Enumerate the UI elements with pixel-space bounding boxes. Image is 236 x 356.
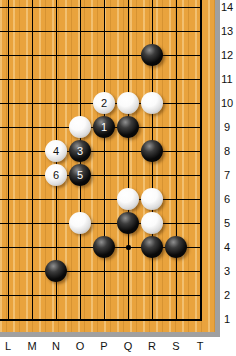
move-number-label: 5 [77,170,83,181]
move-number-label: 3 [77,146,83,157]
column-label-N: N [44,338,68,354]
column-label-P: P [92,338,116,354]
stone-white-Q10[interactable] [117,92,139,114]
column-label-Q: Q [116,338,140,354]
row-label-6: 6 [219,192,235,206]
stone-black-Q9[interactable] [117,116,139,138]
column-label-O: O [68,338,92,354]
move-number-label: 2 [101,98,107,109]
stone-black-N3[interactable] [45,260,67,282]
row-label-10: 10 [219,96,235,110]
row-label-2: 2 [219,288,235,302]
row-label-12: 12 [219,48,235,62]
stone-black-R4[interactable] [141,236,163,258]
column-label-T: T [188,338,212,354]
row-label-4: 4 [219,240,235,254]
stones-grid: 135246 [0,0,212,331]
column-label-L: L [0,338,20,354]
stone-white-P10[interactable]: 2 [93,92,115,114]
stone-white-N8[interactable]: 4 [45,140,67,162]
stone-black-R12[interactable] [141,44,163,66]
column-label-S: S [164,338,188,354]
stone-black-S4[interactable] [165,236,187,258]
move-number-label: 4 [53,146,59,157]
row-label-13: 13 [219,24,235,38]
row-label-9: 9 [219,120,235,134]
row-label-5: 5 [219,216,235,230]
stone-black-R8[interactable] [141,140,163,162]
stone-black-P9[interactable]: 1 [93,116,115,138]
go-diagram: 135246 LMNOPQRST 1413121110987654321 [0,0,236,356]
stone-white-N7[interactable]: 6 [45,164,67,186]
stone-white-R10[interactable] [141,92,163,114]
move-number-label: 1 [101,122,107,133]
stone-white-O9[interactable] [69,116,91,138]
stone-black-O8[interactable]: 3 [69,140,91,162]
row-label-3: 3 [219,264,235,278]
row-label-7: 7 [219,168,235,182]
stone-black-P4[interactable] [93,236,115,258]
stone-black-O7[interactable]: 5 [69,164,91,186]
stone-black-Q5[interactable] [117,212,139,234]
go-board[interactable]: 135246 [0,0,220,337]
stone-white-R5[interactable] [141,212,163,234]
stone-white-O5[interactable] [69,212,91,234]
row-label-11: 11 [219,72,235,86]
row-label-8: 8 [219,144,235,158]
row-label-1: 1 [219,312,235,326]
stone-white-R6[interactable] [141,188,163,210]
stone-white-Q6[interactable] [117,188,139,210]
column-label-M: M [20,338,44,354]
row-label-14: 14 [219,0,235,14]
column-label-R: R [140,338,164,354]
move-number-label: 6 [53,170,59,181]
